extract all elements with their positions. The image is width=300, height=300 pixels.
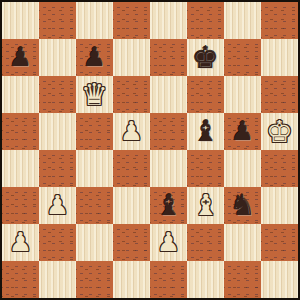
white-pawn-piece[interactable]: ♟ [46,187,69,224]
white-king-piece[interactable]: ♚ [266,113,293,150]
square-d3[interactable] [113,187,150,224]
square-f7[interactable]: ♚ [187,39,224,76]
square-g7[interactable] [224,39,261,76]
square-b8[interactable] [39,2,76,39]
square-g1[interactable] [224,261,261,298]
square-d4[interactable] [113,150,150,187]
chess-app-window: ♟♟♚♛♟♝♟♚♟♝♝♞♟♟ [0,0,300,300]
square-c2[interactable] [76,224,113,261]
square-e8[interactable] [150,2,187,39]
square-e2[interactable]: ♟ [150,224,187,261]
square-d7[interactable] [113,39,150,76]
square-f2[interactable] [187,224,224,261]
square-g6[interactable] [224,76,261,113]
white-pawn-piece[interactable]: ♟ [120,113,143,150]
square-c6[interactable]: ♛ [76,76,113,113]
square-e1[interactable] [150,261,187,298]
black-bishop-piece[interactable]: ♝ [193,113,219,150]
black-pawn-piece[interactable]: ♟ [9,39,32,76]
square-c7[interactable]: ♟ [76,39,113,76]
square-e7[interactable] [150,39,187,76]
chess-board: ♟♟♚♛♟♝♟♚♟♝♝♞♟♟ [2,2,298,298]
square-c1[interactable] [76,261,113,298]
square-d5[interactable]: ♟ [113,113,150,150]
square-a5[interactable] [2,113,39,150]
white-pawn-piece[interactable]: ♟ [9,224,32,261]
square-f5[interactable]: ♝ [187,113,224,150]
square-g4[interactable] [224,150,261,187]
square-e5[interactable] [150,113,187,150]
square-h4[interactable] [261,150,298,187]
square-b5[interactable] [39,113,76,150]
square-h2[interactable] [261,224,298,261]
white-queen-piece[interactable]: ♛ [81,76,108,113]
black-knight-piece[interactable]: ♞ [230,187,256,224]
square-b3[interactable]: ♟ [39,187,76,224]
square-a1[interactable] [2,261,39,298]
square-f4[interactable] [187,150,224,187]
square-f8[interactable] [187,2,224,39]
square-c4[interactable] [76,150,113,187]
square-f6[interactable] [187,76,224,113]
square-c8[interactable] [76,2,113,39]
square-a2[interactable]: ♟ [2,224,39,261]
square-g5[interactable]: ♟ [224,113,261,150]
square-d6[interactable] [113,76,150,113]
black-pawn-piece[interactable]: ♟ [83,39,106,76]
board-frame: ♟♟♚♛♟♝♟♚♟♝♝♞♟♟ [0,0,300,300]
square-h7[interactable] [261,39,298,76]
square-e4[interactable] [150,150,187,187]
square-h1[interactable] [261,261,298,298]
white-bishop-piece[interactable]: ♝ [193,187,219,224]
square-e3[interactable]: ♝ [150,187,187,224]
square-h5[interactable]: ♚ [261,113,298,150]
square-d8[interactable] [113,2,150,39]
white-pawn-piece[interactable]: ♟ [157,224,180,261]
square-b2[interactable] [39,224,76,261]
square-h8[interactable] [261,2,298,39]
square-g2[interactable] [224,224,261,261]
square-b1[interactable] [39,261,76,298]
square-a3[interactable] [2,187,39,224]
square-f1[interactable] [187,261,224,298]
square-a8[interactable] [2,2,39,39]
square-d1[interactable] [113,261,150,298]
square-b4[interactable] [39,150,76,187]
square-b6[interactable] [39,76,76,113]
square-g8[interactable] [224,2,261,39]
square-h3[interactable] [261,187,298,224]
square-e6[interactable] [150,76,187,113]
square-a6[interactable] [2,76,39,113]
square-g3[interactable]: ♞ [224,187,261,224]
square-d2[interactable] [113,224,150,261]
black-pawn-piece[interactable]: ♟ [231,113,254,150]
black-bishop-piece[interactable]: ♝ [156,187,182,224]
square-a4[interactable] [2,150,39,187]
square-f3[interactable]: ♝ [187,187,224,224]
square-b7[interactable] [39,39,76,76]
square-h6[interactable] [261,76,298,113]
square-a7[interactable]: ♟ [2,39,39,76]
square-c3[interactable] [76,187,113,224]
square-c5[interactable] [76,113,113,150]
black-king-piece[interactable]: ♚ [192,39,219,76]
